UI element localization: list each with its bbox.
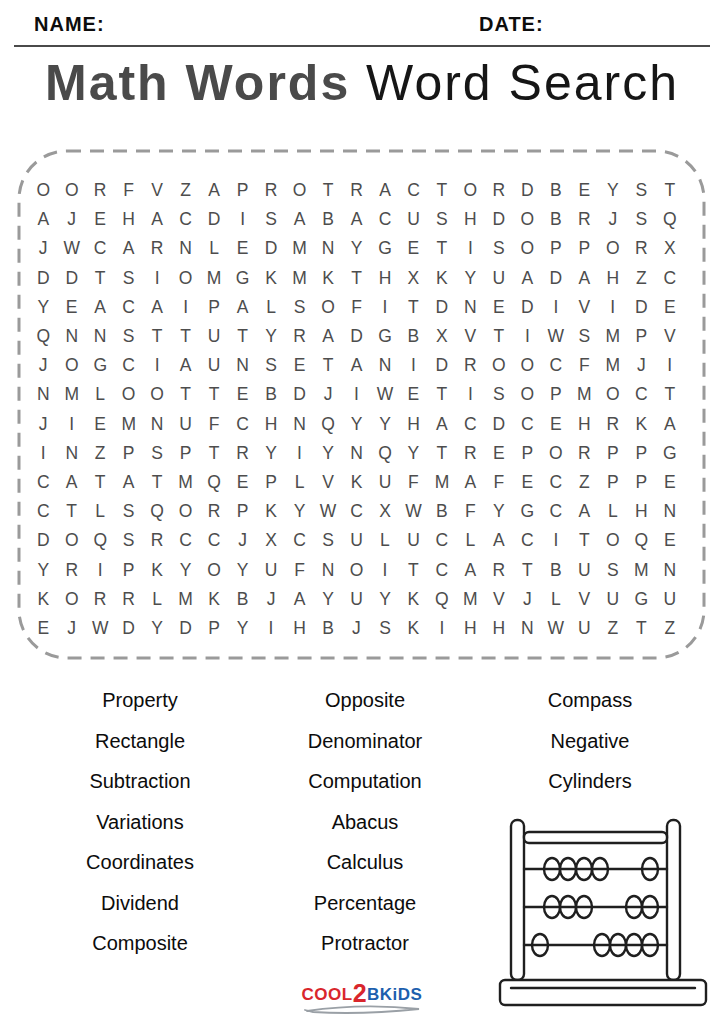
grid-cell: P: [257, 468, 285, 497]
grid-cell: G: [627, 585, 655, 614]
grid-cell: Q: [627, 526, 655, 555]
grid-cell: Y: [342, 410, 370, 439]
grid-cell: A: [570, 497, 598, 526]
grid-cell: O: [171, 264, 199, 293]
grid-cell: C: [513, 410, 541, 439]
grid-cell: L: [542, 585, 570, 614]
grid-cell: N: [57, 322, 85, 351]
grid-cell: E: [656, 293, 684, 322]
grid-cell: C: [428, 526, 456, 555]
grid-cell: D: [428, 293, 456, 322]
grid-cell: T: [314, 176, 342, 205]
grid-cell: M: [57, 380, 85, 409]
grid-cell: T: [86, 264, 114, 293]
grid-cell: V: [570, 585, 598, 614]
grid-cell: A: [456, 468, 484, 497]
grid-cell: J: [513, 585, 541, 614]
grid-cell: J: [627, 351, 655, 380]
grid-cell: R: [570, 205, 598, 234]
grid-cell: S: [485, 234, 513, 263]
grid-cell: K: [399, 585, 427, 614]
grid-cell: O: [200, 555, 228, 584]
grid-cell: F: [342, 293, 370, 322]
word-item: Property: [30, 680, 250, 721]
grid-cell: U: [599, 585, 627, 614]
grid-cell: Y: [342, 234, 370, 263]
grid-cell: Y: [371, 585, 399, 614]
grid-cell: S: [257, 351, 285, 380]
grid-cell: D: [200, 205, 228, 234]
grid-cell: M: [285, 264, 313, 293]
grid-cell: P: [200, 293, 228, 322]
word-item: Compass: [480, 680, 700, 721]
grid-cell: S: [314, 526, 342, 555]
grid-cell: R: [228, 439, 256, 468]
grid-cell: I: [456, 380, 484, 409]
grid-cell: B: [399, 322, 427, 351]
grid-cell: Q: [143, 497, 171, 526]
grid-cell: T: [428, 234, 456, 263]
grid-cell: W: [399, 497, 427, 526]
grid-cell: V: [456, 322, 484, 351]
grid-cell: U: [485, 264, 513, 293]
grid-cell: D: [29, 264, 57, 293]
grid-cell: C: [542, 497, 570, 526]
word-list-column-3: CompassNegativeCylinders: [480, 680, 700, 802]
logo-2: 2: [353, 979, 367, 1007]
grid-cell: C: [285, 526, 313, 555]
grid-cell: P: [228, 176, 256, 205]
grid-cell: N: [656, 555, 684, 584]
grid-cell: C: [342, 497, 370, 526]
grid-cell: L: [143, 585, 171, 614]
grid-cell: L: [285, 468, 313, 497]
grid-cell: W: [57, 234, 85, 263]
grid-cell: J: [228, 526, 256, 555]
grid-cell: X: [656, 234, 684, 263]
grid-cell: C: [114, 293, 142, 322]
grid-cell: N: [371, 351, 399, 380]
grid-cell: J: [57, 614, 85, 643]
grid-cell: F: [200, 410, 228, 439]
grid-cell: E: [399, 380, 427, 409]
grid-cell: U: [257, 555, 285, 584]
grid-cell: K: [627, 410, 655, 439]
grid-cell: Q: [200, 468, 228, 497]
grid-cell: A: [200, 176, 228, 205]
grid-cell: Y: [29, 555, 57, 584]
grid-cell: S: [257, 205, 285, 234]
grid-cell: N: [656, 497, 684, 526]
grid-cell: R: [627, 234, 655, 263]
grid-cell: O: [57, 176, 85, 205]
grid-cell: R: [57, 555, 85, 584]
grid-cell: K: [257, 497, 285, 526]
grid-cell: P: [171, 439, 199, 468]
grid-cell: K: [257, 264, 285, 293]
grid-cell: U: [171, 410, 199, 439]
word-item: Computation: [255, 761, 475, 802]
word-item: Rectangle: [30, 721, 250, 762]
grid-cell: X: [257, 526, 285, 555]
grid-cell: T: [342, 264, 370, 293]
grid-cell: L: [86, 380, 114, 409]
grid-cell: H: [399, 410, 427, 439]
grid-cell: E: [285, 351, 313, 380]
grid-cell: X: [399, 264, 427, 293]
grid-cell: N: [57, 439, 85, 468]
grid-cell: S: [627, 176, 655, 205]
grid-cell: A: [570, 264, 598, 293]
grid-cell: U: [570, 555, 598, 584]
grid-cell: R: [86, 176, 114, 205]
grid-cell: S: [428, 205, 456, 234]
grid-cell: B: [228, 585, 256, 614]
grid-cell: B: [428, 497, 456, 526]
abacus-left-post: [511, 820, 524, 980]
grid-cell: A: [285, 205, 313, 234]
logo-cool: COOL: [302, 985, 353, 1004]
grid-cell: S: [599, 555, 627, 584]
grid-cell: C: [171, 205, 199, 234]
grid-cell: C: [371, 205, 399, 234]
grid-cell: T: [627, 614, 655, 643]
grid-cell: T: [428, 380, 456, 409]
grid-cell: O: [171, 497, 199, 526]
grid-cell: Y: [29, 293, 57, 322]
word-item: Negative: [480, 721, 700, 762]
grid-cell: I: [228, 205, 256, 234]
grid-cell: U: [656, 585, 684, 614]
grid-cell: Y: [399, 439, 427, 468]
grid-cell: Q: [314, 410, 342, 439]
grid-cell: M: [285, 234, 313, 263]
grid-cell: Z: [570, 468, 598, 497]
grid-cell: L: [86, 497, 114, 526]
grid-cell: G: [656, 439, 684, 468]
grid-cell: H: [485, 614, 513, 643]
grid-cell: P: [570, 234, 598, 263]
grid-cell: N: [285, 410, 313, 439]
grid-cell: S: [285, 293, 313, 322]
letter-grid: OORFVZAPROTRACTORDBEYSTAJEHACDISABACUSHD…: [20, 152, 703, 657]
grid-cell: R: [570, 439, 598, 468]
grid-cell: K: [200, 585, 228, 614]
grid-cell: A: [342, 351, 370, 380]
grid-cell: I: [171, 293, 199, 322]
grid-cell: A: [285, 585, 313, 614]
grid-cell: J: [314, 380, 342, 409]
grid-cell: I: [542, 293, 570, 322]
grid-cell: L: [599, 497, 627, 526]
grid-cell: Z: [627, 264, 655, 293]
grid-cell: I: [371, 555, 399, 584]
logo-bkids: BKiDS: [367, 985, 422, 1004]
grid-cell: J: [599, 205, 627, 234]
grid-cell: M: [599, 322, 627, 351]
grid-cell: P: [627, 322, 655, 351]
grid-cell: T: [143, 322, 171, 351]
grid-cell: Q: [371, 439, 399, 468]
grid-cell: O: [285, 176, 313, 205]
word-item: Abacus: [255, 802, 475, 843]
grid-cell: I: [456, 234, 484, 263]
grid-cell: M: [627, 555, 655, 584]
grid-cell: P: [627, 439, 655, 468]
grid-cell: F: [285, 555, 313, 584]
grid-cell: K: [399, 614, 427, 643]
grid-cell: V: [570, 293, 598, 322]
grid-cell: J: [57, 205, 85, 234]
grid-cell: T: [656, 176, 684, 205]
grid-cell: R: [257, 176, 285, 205]
grid-cell: R: [143, 234, 171, 263]
word-item: Subtraction: [30, 761, 250, 802]
grid-cell: T: [228, 322, 256, 351]
grid-cell: H: [285, 614, 313, 643]
grid-cell: G: [228, 264, 256, 293]
grid-cell: P: [542, 234, 570, 263]
grid-cell: J: [257, 585, 285, 614]
grid-cell: E: [485, 293, 513, 322]
grid-cell: V: [314, 468, 342, 497]
grid-cell: O: [57, 585, 85, 614]
page-title: Math Words Word Search: [0, 54, 724, 112]
grid-cell: E: [513, 468, 541, 497]
grid-cell: W: [371, 380, 399, 409]
grid-cell: S: [114, 264, 142, 293]
cool2bkids-logo[interactable]: COOL2BKiDS: [0, 983, 724, 1016]
grid-cell: D: [513, 293, 541, 322]
grid-cell: E: [542, 410, 570, 439]
grid-cell: O: [29, 176, 57, 205]
word-item: Variations: [30, 802, 250, 843]
word-item: Opposite: [255, 680, 475, 721]
word-item: Coordinates: [30, 842, 250, 883]
grid-cell: C: [399, 176, 427, 205]
grid-cell: U: [399, 526, 427, 555]
grid-cell: Z: [599, 614, 627, 643]
word-list-column-1: PropertyRectangleSubtractionVariationsCo…: [30, 680, 250, 964]
grid-cell: A: [314, 322, 342, 351]
grid-cell: G: [513, 497, 541, 526]
grid-cell: Q: [86, 526, 114, 555]
grid-cell: Y: [314, 439, 342, 468]
grid-cell: I: [29, 439, 57, 468]
grid-cell: Y: [485, 497, 513, 526]
grid-cell: Y: [285, 497, 313, 526]
grid-cell: T: [143, 468, 171, 497]
grid-cell: D: [171, 614, 199, 643]
grid-cell: D: [342, 322, 370, 351]
grid-cell: C: [542, 468, 570, 497]
grid-cell: F: [399, 468, 427, 497]
grid-cell: G: [371, 234, 399, 263]
grid-cell: T: [399, 555, 427, 584]
grid-cell: P: [599, 468, 627, 497]
grid-cell: P: [627, 468, 655, 497]
grid-cell: L: [456, 526, 484, 555]
grid-cell: C: [656, 264, 684, 293]
grid-cell: A: [513, 264, 541, 293]
grid-cell: B: [314, 205, 342, 234]
grid-cell: A: [428, 410, 456, 439]
grid-cell: A: [114, 468, 142, 497]
abacus-illustration: [497, 812, 709, 1008]
grid-cell: O: [114, 380, 142, 409]
grid-cell: X: [371, 497, 399, 526]
grid-cell: U: [371, 468, 399, 497]
word-item: Percentage: [255, 883, 475, 924]
grid-cell: C: [428, 555, 456, 584]
grid-cell: V: [656, 322, 684, 351]
grid-cell: I: [399, 351, 427, 380]
grid-cell: I: [86, 555, 114, 584]
grid-cell: N: [314, 555, 342, 584]
grid-cell: O: [314, 293, 342, 322]
grid-cell: T: [86, 468, 114, 497]
grid-cell: U: [342, 526, 370, 555]
grid-cell: I: [342, 380, 370, 409]
grid-cell: R: [599, 410, 627, 439]
grid-cell: A: [456, 555, 484, 584]
grid-cell: A: [114, 234, 142, 263]
grid-cell: S: [570, 322, 598, 351]
grid-cell: B: [542, 205, 570, 234]
grid-cell: I: [371, 293, 399, 322]
grid-cell: E: [86, 410, 114, 439]
grid-cell: Y: [371, 410, 399, 439]
grid-cell: Z: [86, 439, 114, 468]
grid-cell: R: [456, 439, 484, 468]
grid-cell: Y: [599, 176, 627, 205]
word-list-column-2: OppositeDenominatorComputationAbacusCalc…: [255, 680, 475, 964]
grid-cell: R: [200, 497, 228, 526]
grid-cell: T: [428, 176, 456, 205]
grid-cell: I: [656, 351, 684, 380]
grid-cell: E: [86, 205, 114, 234]
grid-cell: J: [29, 410, 57, 439]
grid-cell: A: [656, 410, 684, 439]
grid-cell: Y: [143, 614, 171, 643]
grid-cell: U: [342, 585, 370, 614]
grid-cell: I: [57, 410, 85, 439]
grid-cell: O: [599, 234, 627, 263]
grid-cell: O: [143, 380, 171, 409]
grid-cell: O: [599, 526, 627, 555]
word-item: Cylinders: [480, 761, 700, 802]
grid-cell: P: [200, 614, 228, 643]
grid-cell: D: [257, 234, 285, 263]
grid-cell: S: [114, 497, 142, 526]
grid-cell: C: [228, 410, 256, 439]
grid-cell: V: [143, 176, 171, 205]
grid-cell: N: [342, 439, 370, 468]
grid-cell: C: [542, 351, 570, 380]
grid-cell: L: [200, 234, 228, 263]
grid-cell: Z: [171, 176, 199, 205]
grid-cell: O: [57, 526, 85, 555]
grid-cell: J: [29, 351, 57, 380]
grid-cell: A: [371, 176, 399, 205]
grid-cell: K: [314, 264, 342, 293]
grid-cell: Q: [656, 205, 684, 234]
grid-cell: A: [29, 205, 57, 234]
grid-cell: S: [114, 322, 142, 351]
grid-cell: O: [599, 380, 627, 409]
grid-cell: O: [513, 380, 541, 409]
grid-cell: C: [29, 497, 57, 526]
grid-cell: M: [171, 468, 199, 497]
grid-cell: I: [599, 293, 627, 322]
grid-cell: W: [314, 497, 342, 526]
grid-cell: D: [485, 205, 513, 234]
grid-cell: G: [371, 322, 399, 351]
grid-cell: O: [542, 439, 570, 468]
grid-cell: H: [570, 410, 598, 439]
grid-cell: R: [143, 526, 171, 555]
grid-cell: P: [513, 439, 541, 468]
grid-cell: U: [399, 205, 427, 234]
grid-cell: M: [428, 468, 456, 497]
grid-cell: S: [143, 439, 171, 468]
grid-cell: I: [143, 351, 171, 380]
grid-cell: A: [143, 293, 171, 322]
grid-cell: D: [29, 526, 57, 555]
grid-cell: P: [114, 439, 142, 468]
grid-cell: T: [171, 322, 199, 351]
grid-cell: N: [86, 322, 114, 351]
grid-cell: M: [456, 585, 484, 614]
word-item: Protractor: [255, 923, 475, 964]
grid-cell: V: [485, 585, 513, 614]
grid-cell: Q: [428, 585, 456, 614]
grid-cell: A: [228, 293, 256, 322]
grid-cell: G: [86, 351, 114, 380]
title-bold: Math Words: [45, 55, 350, 111]
grid-cell: U: [200, 351, 228, 380]
grid-cell: F: [485, 468, 513, 497]
grid-cell: H: [456, 614, 484, 643]
grid-cell: C: [627, 380, 655, 409]
grid-cell: Y: [228, 614, 256, 643]
grid-cell: T: [399, 293, 427, 322]
grid-cell: C: [513, 526, 541, 555]
word-item: Calculus: [255, 842, 475, 883]
grid-cell: H: [257, 410, 285, 439]
name-label: NAME:: [34, 13, 105, 36]
grid-cell: E: [228, 380, 256, 409]
grid-cell: D: [513, 176, 541, 205]
grid-cell: O: [342, 555, 370, 584]
grid-cell: S: [114, 526, 142, 555]
grid-cell: K: [342, 468, 370, 497]
grid-cell: D: [428, 351, 456, 380]
grid-cell: P: [228, 497, 256, 526]
grid-cell: A: [485, 526, 513, 555]
grid-cell: M: [171, 585, 199, 614]
date-label: DATE:: [479, 13, 544, 36]
abacus-right-post: [667, 820, 680, 980]
grid-cell: E: [570, 176, 598, 205]
grid-cell: F: [570, 351, 598, 380]
grid-cell: N: [314, 234, 342, 263]
grid-cell: T: [570, 526, 598, 555]
grid-cell: M: [114, 410, 142, 439]
grid-cell: I: [285, 439, 313, 468]
grid-cell: W: [86, 614, 114, 643]
word-item: Dividend: [30, 883, 250, 924]
